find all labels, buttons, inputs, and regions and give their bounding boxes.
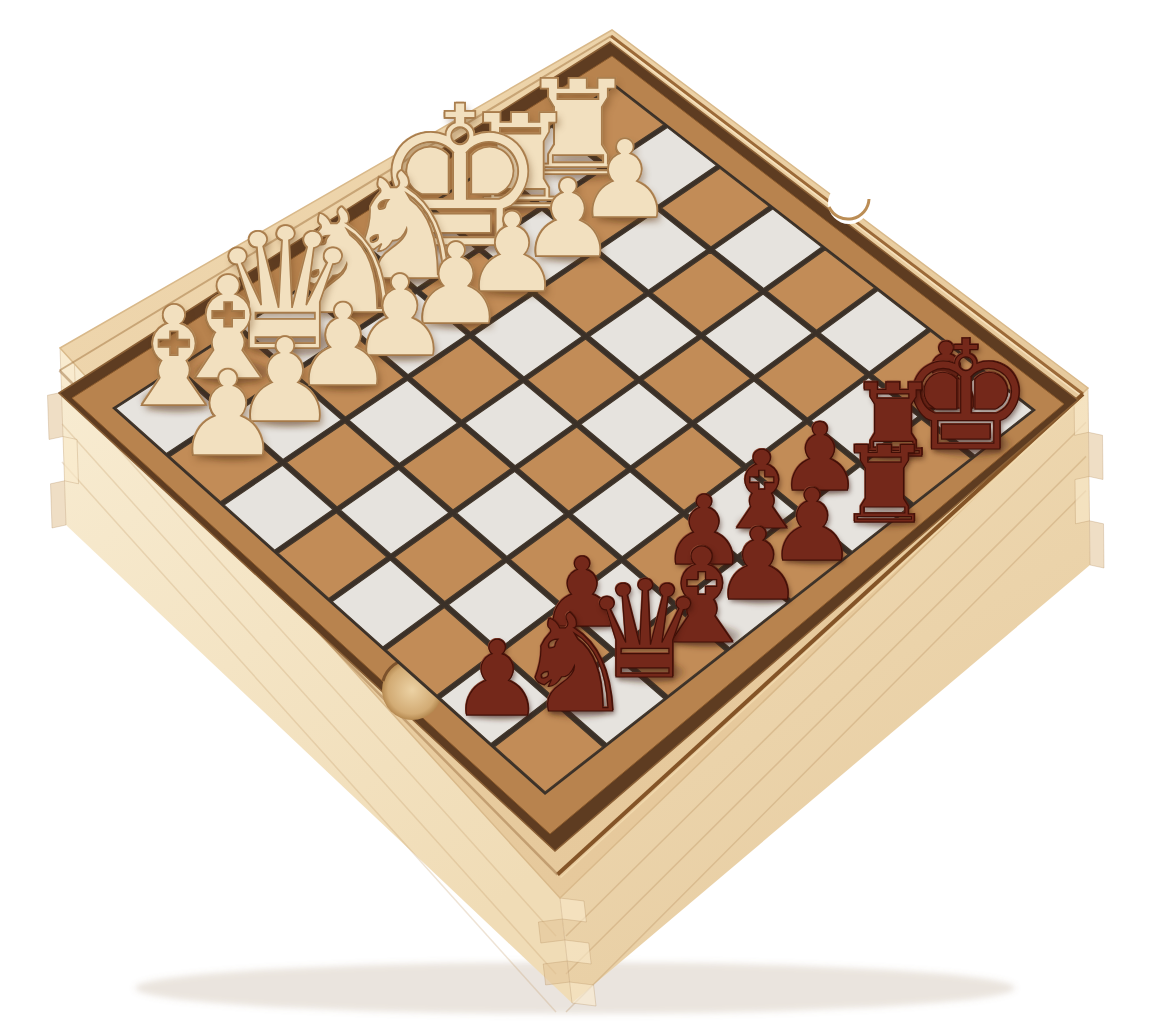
piece-white-pawn-a2[interactable]: ♟ — [163, 355, 293, 473]
product-photo-chess-box: ♜♜♟♚♟♞♟♞♟♛♟♝♟♝♟♟♚♟♜♟♜♝♟♟♟♟♝♛♞♟ — [0, 0, 1150, 1023]
piece-black-pawn-a7[interactable]: ♟ — [440, 627, 554, 731]
